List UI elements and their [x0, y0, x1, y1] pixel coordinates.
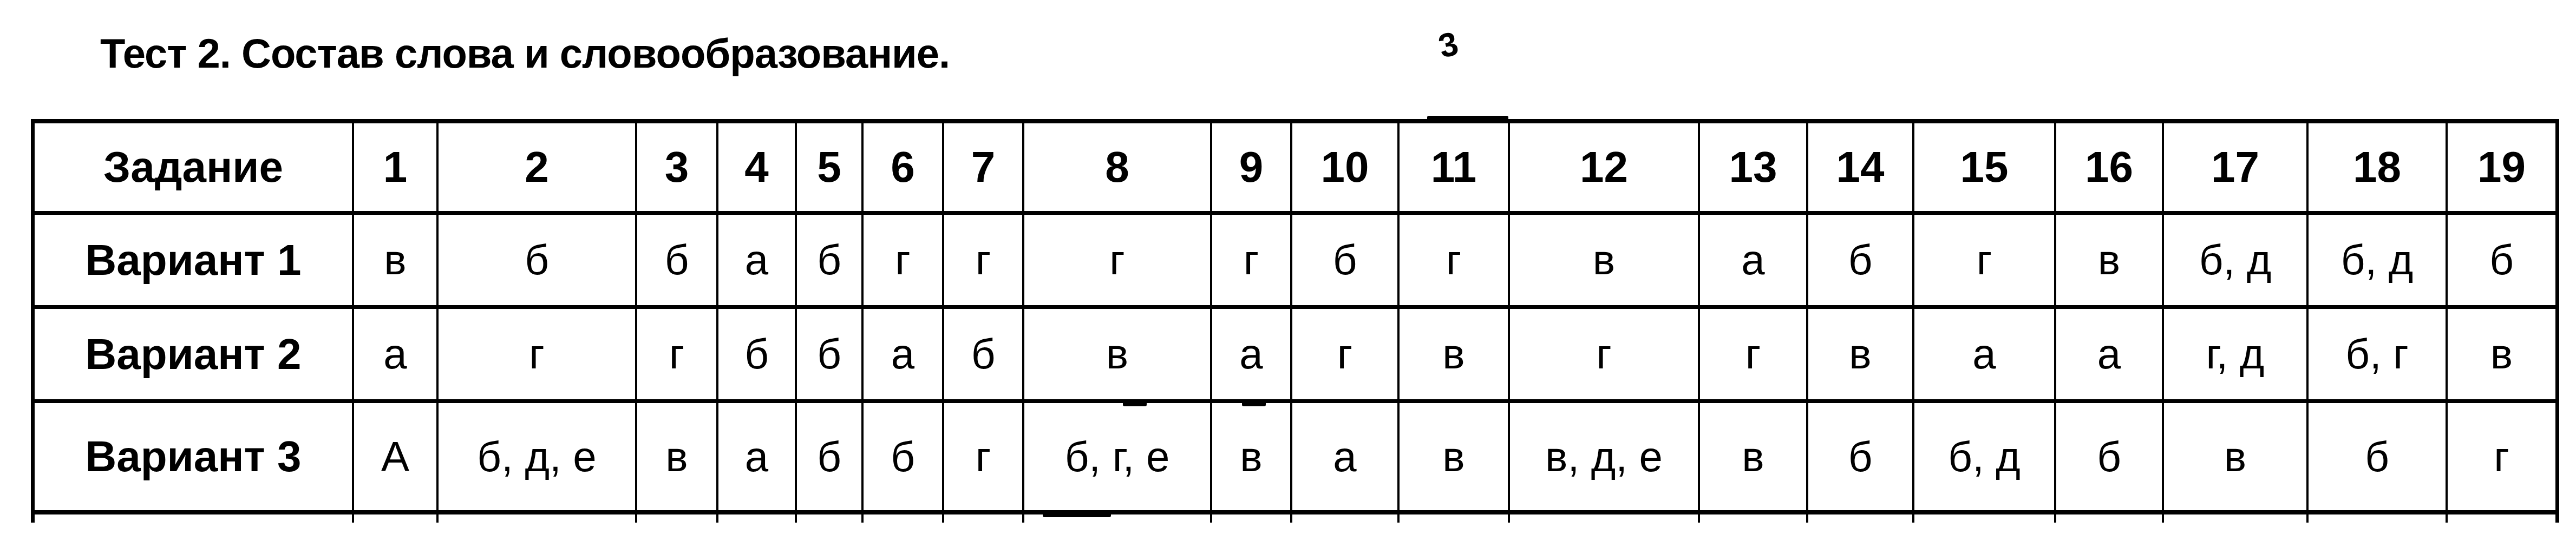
task-number-cell: 3 [637, 123, 718, 215]
answer-cell: г [1700, 309, 1808, 403]
grid-line-stub [2306, 514, 2309, 523]
answer-cell: в [2056, 215, 2164, 309]
scanned-page: Тест 2. Состав слова и словообразование.… [0, 0, 2576, 541]
answer-cell: в [354, 215, 439, 309]
task-number-cell: 14 [1808, 123, 1914, 215]
scan-artifact [1123, 401, 1147, 406]
grid-line-stub [1508, 514, 1510, 523]
answer-cell: в [2164, 403, 2309, 510]
task-number-cell: 12 [1510, 123, 1700, 215]
answer-cell: в, д, е [1510, 403, 1700, 510]
answer-cell: в [637, 403, 718, 510]
task-number-cell: 18 [2309, 123, 2448, 215]
grid-line-stub [2446, 514, 2448, 523]
answer-cell: б [2056, 403, 2164, 510]
answer-cell: а [864, 309, 944, 403]
task-number-cell: 2 [439, 123, 637, 215]
task-number-cell: 1 [354, 123, 439, 215]
grid-line-stub [861, 514, 864, 523]
answer-cell: г [439, 309, 637, 403]
task-number-cell: 6 [864, 123, 944, 215]
answer-cell: б [864, 403, 944, 510]
grid-line-stub [2555, 514, 2559, 523]
grid-line-stub [716, 514, 718, 523]
scan-artifact [1242, 401, 1266, 406]
answer-cell: б, д [2309, 215, 2448, 309]
answer-cell: г [1400, 215, 1510, 309]
answer-cell: в [1400, 403, 1510, 510]
answer-cell: в [1212, 403, 1292, 510]
page-title: Тест 2. Состав слова и словообразование. [100, 30, 950, 77]
task-number-cell: 4 [718, 123, 797, 215]
answer-table: Задание12345678910111213141516171819Вари… [31, 119, 2559, 514]
grid-line-stub [1806, 514, 1808, 523]
answer-cell: б [1808, 215, 1914, 309]
answer-cell: г [2448, 403, 2555, 510]
answer-cell: б [439, 215, 637, 309]
scan-artifact [1043, 512, 1111, 517]
task-number-cell: 19 [2448, 123, 2555, 215]
task-number-cell: 5 [797, 123, 864, 215]
answer-cell: А [354, 403, 439, 510]
grid-line-stub [942, 514, 944, 523]
task-number-cell: 9 [1212, 123, 1292, 215]
answer-cell: в [1808, 309, 1914, 403]
answer-cell: г [637, 309, 718, 403]
grid-line-stub [795, 514, 797, 523]
answer-cell: а [1292, 403, 1400, 510]
answer-cell: г [1510, 309, 1700, 403]
answer-cell: б [797, 309, 864, 403]
variant-label-cell: Вариант 3 [35, 403, 354, 510]
grid-line-stub [1698, 514, 1700, 523]
answer-cell: а [1700, 215, 1808, 309]
answer-cell: в [2448, 309, 2555, 403]
answer-cell: в [1400, 309, 1510, 403]
answer-cell: б [797, 215, 864, 309]
grid-line-stub [1912, 514, 1914, 523]
grid-line-stub [1022, 514, 1024, 523]
answer-cell: б [944, 309, 1024, 403]
variant-label-cell: Вариант 2 [35, 309, 354, 403]
answer-cell: б [1808, 403, 1914, 510]
corner-cell-zadanie: Задание [35, 123, 354, 215]
task-number-cell: 8 [1024, 123, 1212, 215]
grid-line-stub [2162, 514, 2164, 523]
answer-cell: г [944, 403, 1024, 510]
answer-cell: г [1292, 309, 1400, 403]
grid-line-stub [635, 514, 637, 523]
grid-line-stub [436, 514, 439, 523]
answer-cell: б [1292, 215, 1400, 309]
grid-line-stub [2054, 514, 2056, 523]
answer-cell: б [2448, 215, 2555, 309]
task-number-cell: 13 [1700, 123, 1808, 215]
task-number-cell: 16 [2056, 123, 2164, 215]
answer-cell: г, д [2164, 309, 2309, 403]
task-number-cell: 11 [1400, 123, 1510, 215]
stray-handwritten-mark: 3 [1435, 27, 1461, 64]
answer-cell: в [1024, 309, 1212, 403]
answer-cell: б, д [2164, 215, 2309, 309]
grid-line-stub [1210, 514, 1212, 523]
answer-cell: г [1024, 215, 1212, 309]
answer-cell: б, д [1914, 403, 2056, 510]
grid-line-stub [352, 514, 354, 523]
answer-cell: г [1212, 215, 1292, 309]
answer-cell: б [718, 309, 797, 403]
answer-cell: г [1914, 215, 2056, 309]
answer-cell: б, д, е [439, 403, 637, 510]
task-number-cell: 7 [944, 123, 1024, 215]
answer-cell: г [864, 215, 944, 309]
answer-cell: б [637, 215, 718, 309]
answer-cell: в [1510, 215, 1700, 309]
answer-cell: б [2309, 403, 2448, 510]
variant-label-cell: Вариант 1 [35, 215, 354, 309]
answer-cell: в [1700, 403, 1808, 510]
answer-cell: б, г [2309, 309, 2448, 403]
grid-line-stub [1397, 514, 1400, 523]
task-number-cell: 17 [2164, 123, 2309, 215]
grid-line-stub [31, 514, 35, 523]
answer-cell: б [797, 403, 864, 510]
answer-cell: а [1914, 309, 2056, 403]
grid-line-stub [1290, 514, 1292, 523]
task-number-cell: 10 [1292, 123, 1400, 215]
answer-cell: а [354, 309, 439, 403]
answer-cell: а [718, 215, 797, 309]
answer-cell: а [718, 403, 797, 510]
answer-cell: б, г, е [1024, 403, 1212, 510]
answer-cell: г [944, 215, 1024, 309]
task-number-cell: 15 [1914, 123, 2056, 215]
scan-artifact [1427, 116, 1508, 122]
answer-cell: а [2056, 309, 2164, 403]
answer-cell: а [1212, 309, 1292, 403]
